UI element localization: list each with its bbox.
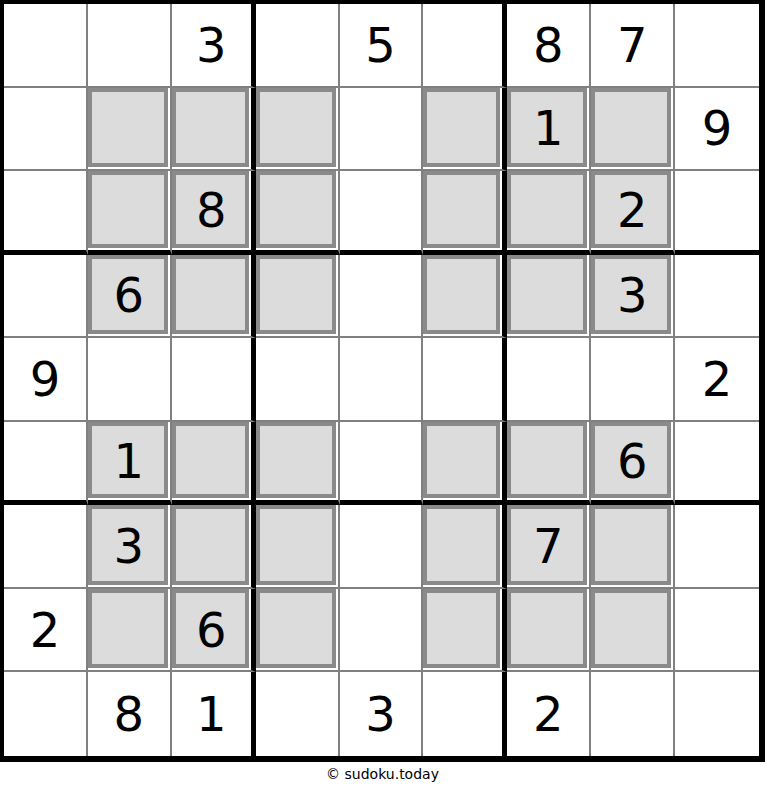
- shaded-window-cell: [256, 589, 336, 669]
- cell-r1c1[interactable]: [4, 4, 88, 88]
- given-digit: 9: [30, 355, 61, 403]
- cell-r8c6[interactable]: [423, 589, 507, 673]
- shaded-window-cell: [172, 255, 249, 335]
- given-digit: 1: [196, 690, 227, 738]
- cell-r6c7[interactable]: [507, 422, 591, 506]
- cell-r5c5[interactable]: [340, 338, 424, 422]
- shaded-window-cell: [172, 505, 249, 585]
- cell-r5c3[interactable]: [172, 338, 256, 422]
- cell-r7c1[interactable]: [4, 505, 88, 589]
- cell-r5c8[interactable]: [591, 338, 675, 422]
- shaded-window-cell: [423, 589, 500, 669]
- given-digit: 6: [196, 606, 227, 654]
- shaded-window-cell: [591, 505, 671, 585]
- shaded-window-cell: [256, 505, 336, 585]
- given-digit: 3: [196, 21, 227, 69]
- cell-r1c8[interactable]: 7: [591, 4, 675, 88]
- cell-r9c6[interactable]: [423, 672, 507, 756]
- given-digit: 8: [196, 186, 227, 234]
- shaded-window-cell: [256, 88, 336, 168]
- given-digit: 7: [533, 522, 564, 570]
- cell-r6c8[interactable]: 6: [591, 422, 675, 506]
- cell-r3c6[interactable]: [423, 171, 507, 255]
- cell-r2c5[interactable]: [340, 88, 424, 172]
- cell-r8c2[interactable]: [88, 589, 172, 673]
- shaded-window-cell: [256, 255, 336, 335]
- shaded-window-cell: [88, 88, 168, 168]
- cell-r9c8[interactable]: [591, 672, 675, 756]
- cell-r7c5[interactable]: [340, 505, 424, 589]
- given-digit: 3: [114, 522, 145, 570]
- cell-r3c5[interactable]: [340, 171, 424, 255]
- shaded-window-cell: [88, 171, 168, 248]
- cell-r2c6[interactable]: [423, 88, 507, 172]
- given-digit: 9: [702, 104, 733, 152]
- cell-r7c6[interactable]: [423, 505, 507, 589]
- given-digit: 6: [617, 437, 648, 485]
- shaded-window-cell: [507, 422, 587, 499]
- cell-r6c5[interactable]: [340, 422, 424, 506]
- cell-r2c8[interactable]: [591, 88, 675, 172]
- cell-r4c1[interactable]: [4, 255, 88, 339]
- cell-r7c8[interactable]: [591, 505, 675, 589]
- cell-r1c2[interactable]: [88, 4, 172, 88]
- cell-r4c2[interactable]: 6: [88, 255, 172, 339]
- cell-r8c8[interactable]: [591, 589, 675, 673]
- cell-r5c7[interactable]: [507, 338, 591, 422]
- given-digit: 2: [617, 186, 648, 234]
- cell-r4c9[interactable]: [675, 255, 759, 339]
- cell-r5c6[interactable]: [423, 338, 507, 422]
- shaded-window-cell: [256, 422, 336, 499]
- given-digit: 2: [30, 606, 61, 654]
- given-digit: 2: [533, 690, 564, 738]
- given-digit: 5: [365, 21, 396, 69]
- cell-r3c7[interactable]: [507, 171, 591, 255]
- cell-r8c5[interactable]: [340, 589, 424, 673]
- cell-r8c4[interactable]: [256, 589, 340, 673]
- cell-r5c9[interactable]: 2: [675, 338, 759, 422]
- cell-r4c3[interactable]: [172, 255, 256, 339]
- cell-r7c3[interactable]: [172, 505, 256, 589]
- cell-r5c1[interactable]: 9: [4, 338, 88, 422]
- cell-r5c2[interactable]: [88, 338, 172, 422]
- cell-r6c1[interactable]: [4, 422, 88, 506]
- shaded-window-cell: [507, 171, 587, 248]
- cell-r4c4[interactable]: [256, 255, 340, 339]
- cell-r9c4[interactable]: [256, 672, 340, 756]
- cell-r8c7[interactable]: [507, 589, 591, 673]
- cell-r2c9[interactable]: 9: [675, 88, 759, 172]
- cell-r3c2[interactable]: [88, 171, 172, 255]
- cell-r1c3[interactable]: 3: [172, 4, 256, 88]
- page: 3587198263921637268132 © sudoku.today: [0, 0, 765, 785]
- cell-r3c9[interactable]: [675, 171, 759, 255]
- cell-r2c3[interactable]: [172, 88, 256, 172]
- cell-r6c3[interactable]: [172, 422, 256, 506]
- given-digit: 7: [617, 21, 648, 69]
- given-digit: 2: [702, 355, 733, 403]
- cell-r1c7[interactable]: 8: [507, 4, 591, 88]
- cell-r8c9[interactable]: [675, 589, 759, 673]
- cell-r4c6[interactable]: [423, 255, 507, 339]
- cell-r2c7[interactable]: 1: [507, 88, 591, 172]
- cell-r7c4[interactable]: [256, 505, 340, 589]
- sudoku-board: 3587198263921637268132: [0, 0, 765, 762]
- shaded-window-cell: [256, 171, 336, 248]
- given-digit: 3: [617, 271, 648, 319]
- cell-r6c9[interactable]: [675, 422, 759, 506]
- cell-r3c3[interactable]: 8: [172, 171, 256, 255]
- given-digit: 6: [114, 271, 145, 319]
- cell-r1c4[interactable]: [256, 4, 340, 88]
- shaded-window-cell: [172, 422, 249, 499]
- cell-r6c4[interactable]: [256, 422, 340, 506]
- cell-r9c9[interactable]: [675, 672, 759, 756]
- cell-r3c1[interactable]: [4, 171, 88, 255]
- cell-r6c6[interactable]: [423, 422, 507, 506]
- cell-r8c1[interactable]: 2: [4, 589, 88, 673]
- cell-r9c7[interactable]: 2: [507, 672, 591, 756]
- shaded-window-cell: [591, 589, 671, 669]
- cell-r9c5[interactable]: 3: [340, 672, 424, 756]
- cell-r2c2[interactable]: [88, 88, 172, 172]
- given-digit: 1: [114, 437, 145, 485]
- cell-r1c9[interactable]: [675, 4, 759, 88]
- cell-r9c2[interactable]: 8: [88, 672, 172, 756]
- shaded-window-cell: [507, 255, 587, 335]
- cell-r4c5[interactable]: [340, 255, 424, 339]
- cell-r1c5[interactable]: 5: [340, 4, 424, 88]
- shaded-window-cell: [172, 88, 249, 168]
- cell-r7c9[interactable]: [675, 505, 759, 589]
- shaded-window-cell: [423, 255, 500, 335]
- cell-r2c1[interactable]: [4, 88, 88, 172]
- cell-r3c4[interactable]: [256, 171, 340, 255]
- cell-r8c3[interactable]: 6: [172, 589, 256, 673]
- cell-r3c8[interactable]: 2: [591, 171, 675, 255]
- cell-r4c7[interactable]: [507, 255, 591, 339]
- given-digit: 1: [533, 104, 564, 152]
- cell-r9c3[interactable]: 1: [172, 672, 256, 756]
- copyright-credit: © sudoku.today: [0, 762, 765, 785]
- shaded-window-cell: [423, 88, 500, 168]
- given-digit: 8: [114, 690, 145, 738]
- shaded-window-cell: [423, 171, 500, 248]
- cell-r2c4[interactable]: [256, 88, 340, 172]
- cell-r5c4[interactable]: [256, 338, 340, 422]
- shaded-window-cell: [591, 88, 671, 168]
- shaded-window-cell: [88, 589, 168, 669]
- cell-r9c1[interactable]: [4, 672, 88, 756]
- cell-r6c2[interactable]: 1: [88, 422, 172, 506]
- shaded-window-cell: [423, 422, 500, 499]
- given-digit: 3: [365, 690, 396, 738]
- cell-r7c2[interactable]: 3: [88, 505, 172, 589]
- cell-r4c8[interactable]: 3: [591, 255, 675, 339]
- given-digit: 8: [533, 21, 564, 69]
- cell-r7c7[interactable]: 7: [507, 505, 591, 589]
- shaded-window-cell: [507, 589, 587, 669]
- shaded-window-cell: [423, 505, 500, 585]
- cell-r1c6[interactable]: [423, 4, 507, 88]
